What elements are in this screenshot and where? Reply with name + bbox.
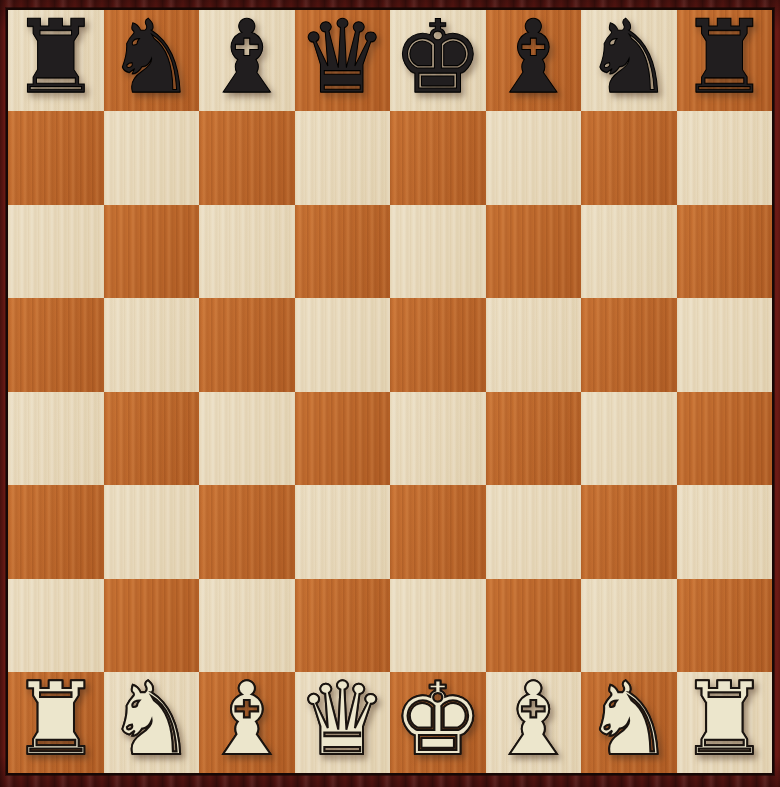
square-b6[interactable] [104,205,200,299]
square-a6[interactable] [8,205,104,299]
square-c6[interactable] [199,205,295,299]
piece-white-bishop[interactable]: ♝ [201,669,292,770]
piece-black-knight[interactable]: ♞ [583,7,674,108]
square-c1[interactable]: ♝ [199,672,295,773]
square-g8[interactable]: ♞ [581,10,677,111]
square-f5[interactable] [486,298,582,392]
square-e5[interactable] [390,298,486,392]
square-f6[interactable] [486,205,582,299]
square-c8[interactable]: ♝ [199,10,295,111]
square-d7[interactable] [295,111,391,205]
square-c4[interactable] [199,392,295,486]
piece-white-rook[interactable]: ♜ [679,669,770,770]
piece-white-knight[interactable]: ♞ [583,669,674,770]
square-h5[interactable] [677,298,773,392]
square-h4[interactable] [677,392,773,486]
piece-black-rook[interactable]: ♜ [679,7,770,108]
square-e8[interactable]: ♚ [390,10,486,111]
piece-black-rook[interactable]: ♜ [10,7,101,108]
square-f8[interactable]: ♝ [486,10,582,111]
square-a2[interactable] [8,579,104,673]
square-e4[interactable] [390,392,486,486]
piece-black-knight[interactable]: ♞ [106,7,197,108]
square-f1[interactable]: ♝ [486,672,582,773]
square-f3[interactable] [486,485,582,579]
square-h6[interactable] [677,205,773,299]
square-f4[interactable] [486,392,582,486]
square-a7[interactable] [8,111,104,205]
board-frame: ♜♞♝♛♚♝♞♜♜♞♝♛♚♝♞♜ [0,0,780,787]
piece-black-king[interactable]: ♚ [392,7,483,108]
square-a3[interactable] [8,485,104,579]
piece-white-bishop[interactable]: ♝ [488,669,579,770]
square-h3[interactable] [677,485,773,579]
square-h8[interactable]: ♜ [677,10,773,111]
square-b1[interactable]: ♞ [104,672,200,773]
square-c2[interactable] [199,579,295,673]
square-d4[interactable] [295,392,391,486]
square-e7[interactable] [390,111,486,205]
chess-board: ♜♞♝♛♚♝♞♜♜♞♝♛♚♝♞♜ [8,10,772,773]
square-h7[interactable] [677,111,773,205]
square-e2[interactable] [390,579,486,673]
piece-white-king[interactable]: ♚ [392,669,483,770]
square-f2[interactable] [486,579,582,673]
square-a1[interactable]: ♜ [8,672,104,773]
square-a8[interactable]: ♜ [8,10,104,111]
square-c5[interactable] [199,298,295,392]
square-f7[interactable] [486,111,582,205]
square-g7[interactable] [581,111,677,205]
square-b3[interactable] [104,485,200,579]
square-h2[interactable] [677,579,773,673]
square-d2[interactable] [295,579,391,673]
piece-white-knight[interactable]: ♞ [106,669,197,770]
square-b8[interactable]: ♞ [104,10,200,111]
square-b4[interactable] [104,392,200,486]
piece-white-queen[interactable]: ♛ [297,669,388,770]
square-e1[interactable]: ♚ [390,672,486,773]
square-d1[interactable]: ♛ [295,672,391,773]
square-b7[interactable] [104,111,200,205]
square-e6[interactable] [390,205,486,299]
square-g5[interactable] [581,298,677,392]
square-g1[interactable]: ♞ [581,672,677,773]
piece-black-bishop[interactable]: ♝ [488,7,579,108]
piece-white-rook[interactable]: ♜ [10,669,101,770]
square-d5[interactable] [295,298,391,392]
square-g2[interactable] [581,579,677,673]
square-d8[interactable]: ♛ [295,10,391,111]
piece-black-bishop[interactable]: ♝ [201,7,292,108]
square-a5[interactable] [8,298,104,392]
square-d3[interactable] [295,485,391,579]
square-e3[interactable] [390,485,486,579]
square-c3[interactable] [199,485,295,579]
square-g3[interactable] [581,485,677,579]
piece-black-queen[interactable]: ♛ [297,7,388,108]
square-b5[interactable] [104,298,200,392]
square-d6[interactable] [295,205,391,299]
square-c7[interactable] [199,111,295,205]
square-h1[interactable]: ♜ [677,672,773,773]
square-a4[interactable] [8,392,104,486]
square-g6[interactable] [581,205,677,299]
square-b2[interactable] [104,579,200,673]
square-g4[interactable] [581,392,677,486]
